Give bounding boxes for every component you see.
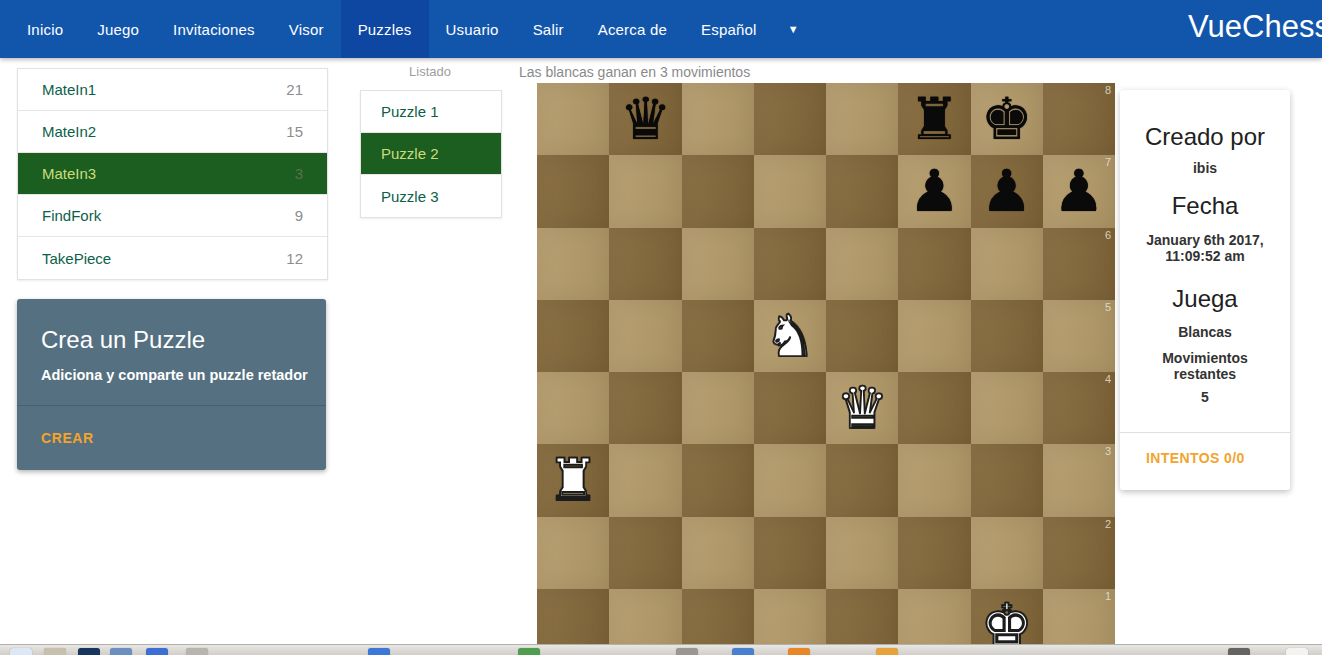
- square-c4[interactable]: [682, 372, 754, 444]
- square-b2[interactable]: [609, 517, 681, 589]
- square-a3[interactable]: ♜: [537, 444, 609, 516]
- language-dropdown-caret-icon[interactable]: ▼: [774, 0, 813, 58]
- create-puzzle-card: Crea un Puzzle Adiciona y comparte un pu…: [17, 299, 326, 470]
- category-count: 3: [295, 165, 303, 182]
- square-h6[interactable]: 6: [1043, 228, 1115, 300]
- category-row-takepiece[interactable]: TakePiece12: [18, 237, 327, 279]
- square-h2[interactable]: 2: [1043, 517, 1115, 589]
- top-nav: InicioJuegoInvitacionesVisorPuzzlesUsuar…: [0, 0, 1322, 58]
- nav-item-visor[interactable]: Visor: [272, 0, 341, 58]
- category-row-matein1[interactable]: MateIn121: [18, 69, 327, 111]
- puzzle-label: Puzzle 3: [381, 188, 439, 205]
- nav-item-usuario[interactable]: Usuario: [429, 0, 516, 58]
- taskbar-icon-app-blue-3[interactable]: [732, 648, 754, 655]
- square-h4[interactable]: 4: [1043, 372, 1115, 444]
- black-king-g8[interactable]: ♚: [971, 83, 1043, 155]
- square-d8[interactable]: [754, 83, 826, 155]
- square-d3[interactable]: [754, 444, 826, 516]
- square-h5[interactable]: 5: [1043, 300, 1115, 372]
- square-g7[interactable]: ♟: [971, 155, 1043, 227]
- square-h7[interactable]: 7♟: [1043, 155, 1115, 227]
- square-e6[interactable]: [826, 228, 898, 300]
- category-row-findfork[interactable]: FindFork9: [18, 195, 327, 237]
- puzzle-list: Puzzle 1Puzzle 2Puzzle 3: [360, 90, 502, 218]
- square-b7[interactable]: [609, 155, 681, 227]
- category-count: 12: [286, 250, 303, 267]
- attempts-button[interactable]: INTENTOS 0/0: [1146, 450, 1245, 466]
- category-label: TakePiece: [42, 250, 111, 267]
- taskbar-icon-app-gray[interactable]: [186, 648, 208, 655]
- square-c6[interactable]: [682, 228, 754, 300]
- app-logo: VueChess: [1188, 9, 1322, 45]
- puzzle-label: Puzzle 1: [381, 103, 439, 120]
- puzzle-row-puzzle-1[interactable]: Puzzle 1: [361, 91, 501, 133]
- rank-label-8: 8: [1105, 84, 1111, 96]
- nav-item-inicio[interactable]: Inicio: [10, 0, 80, 58]
- square-f5[interactable]: [898, 300, 970, 372]
- square-f6[interactable]: [898, 228, 970, 300]
- chess-board: ♛♜♚8♟♟7♟6♞5♛4♜32♚1: [537, 83, 1115, 655]
- category-count: 9: [295, 207, 303, 224]
- black-rook-f8[interactable]: ♜: [898, 83, 970, 155]
- square-a5[interactable]: [537, 300, 609, 372]
- square-b4[interactable]: [609, 372, 681, 444]
- square-g3[interactable]: [971, 444, 1043, 516]
- side-to-play: Blancas: [1120, 324, 1290, 340]
- square-b6[interactable]: [609, 228, 681, 300]
- square-d6[interactable]: [754, 228, 826, 300]
- black-queen-b8[interactable]: ♛: [609, 83, 681, 155]
- square-g2[interactable]: [971, 517, 1043, 589]
- black-pawn-h7[interactable]: ♟: [1043, 155, 1115, 227]
- create-button[interactable]: CREAR: [41, 430, 94, 446]
- black-pawn-f7[interactable]: ♟: [898, 155, 970, 227]
- square-h3[interactable]: 3: [1043, 444, 1115, 516]
- nav-item-puzzles[interactable]: Puzzles: [341, 0, 429, 58]
- square-b8[interactable]: ♛: [609, 83, 681, 155]
- square-c3[interactable]: [682, 444, 754, 516]
- category-label: MateIn1: [42, 81, 96, 98]
- white-rook-a3[interactable]: ♜: [537, 444, 609, 516]
- author-name: ibis: [1120, 160, 1290, 176]
- white-knight-d5[interactable]: ♞: [754, 300, 826, 372]
- square-f2[interactable]: [898, 517, 970, 589]
- square-e3[interactable]: [826, 444, 898, 516]
- category-count: 21: [286, 81, 303, 98]
- info-card-divider: [1120, 432, 1290, 433]
- plays-label: Juega: [1120, 285, 1290, 313]
- puzzle-list-header: Listado: [360, 64, 500, 79]
- created-by-label: Creado por: [1120, 123, 1290, 151]
- square-f7[interactable]: ♟: [898, 155, 970, 227]
- square-b3[interactable]: [609, 444, 681, 516]
- moves-remaining-value: 5: [1120, 389, 1290, 405]
- square-d7[interactable]: [754, 155, 826, 227]
- create-card-divider: [17, 405, 326, 406]
- square-e2[interactable]: [826, 517, 898, 589]
- nav-item-espa-ol[interactable]: Español: [684, 0, 774, 58]
- taskbar-icon-browser[interactable]: [10, 648, 32, 655]
- rank-label-5: 5: [1105, 301, 1111, 313]
- puzzle-label: Puzzle 2: [381, 145, 439, 162]
- nav-item-invitaciones[interactable]: Invitaciones: [156, 0, 272, 58]
- square-d5[interactable]: ♞: [754, 300, 826, 372]
- rank-label-1: 1: [1105, 590, 1111, 602]
- taskbar-icon-tray-window[interactable]: [1286, 648, 1308, 655]
- rank-label-6: 6: [1105, 229, 1111, 241]
- puzzle-row-puzzle-2[interactable]: Puzzle 2: [361, 133, 501, 175]
- taskbar-icon-folder[interactable]: [44, 648, 66, 655]
- white-queen-e4[interactable]: ♛: [826, 372, 898, 444]
- square-f8[interactable]: ♜: [898, 83, 970, 155]
- category-count: 15: [286, 123, 303, 140]
- black-pawn-g7[interactable]: ♟: [971, 155, 1043, 227]
- create-puzzle-subtitle: Adiciona y comparte un puzzle retador: [41, 367, 308, 383]
- nav-item-acerca-de[interactable]: Acerca de: [581, 0, 684, 58]
- square-e4[interactable]: ♛: [826, 372, 898, 444]
- square-a4[interactable]: [537, 372, 609, 444]
- create-puzzle-title: Crea un Puzzle: [41, 326, 205, 354]
- puzzle-info-card: Creado por ibis Fecha January 6th 2017, …: [1120, 90, 1290, 490]
- square-c8[interactable]: [682, 83, 754, 155]
- taskbar-icon-app-orange[interactable]: [788, 648, 810, 655]
- category-label: MateIn2: [42, 123, 96, 140]
- square-a8[interactable]: [537, 83, 609, 155]
- rank-label-4: 4: [1105, 373, 1111, 385]
- square-a7[interactable]: [537, 155, 609, 227]
- square-a6[interactable]: [537, 228, 609, 300]
- square-g6[interactable]: [971, 228, 1043, 300]
- taskbar-icon-terminal[interactable]: [78, 648, 100, 655]
- square-c7[interactable]: [682, 155, 754, 227]
- taskbar-icon-app-green[interactable]: [518, 648, 540, 655]
- category-list: MateIn121MateIn215MateIn33FindFork9TakeP…: [17, 68, 328, 280]
- nav-items: InicioJuegoInvitacionesVisorPuzzlesUsuar…: [0, 0, 813, 58]
- square-e8[interactable]: [826, 83, 898, 155]
- square-a2[interactable]: [537, 517, 609, 589]
- square-e5[interactable]: [826, 300, 898, 372]
- taskbar-icon-tray-arrow[interactable]: [1228, 648, 1250, 655]
- taskbar-icon-app-orange-2[interactable]: [876, 648, 898, 655]
- square-c2[interactable]: [682, 517, 754, 589]
- taskbar-icon-app-gray-2[interactable]: [676, 648, 698, 655]
- puzzle-row-puzzle-3[interactable]: Puzzle 3: [361, 175, 501, 217]
- category-row-matein3[interactable]: MateIn33: [18, 153, 327, 195]
- square-h8[interactable]: 8: [1043, 83, 1115, 155]
- square-b5[interactable]: [609, 300, 681, 372]
- rank-label-2: 2: [1105, 518, 1111, 530]
- rank-label-3: 3: [1105, 445, 1111, 457]
- date-label: Fecha: [1120, 192, 1290, 220]
- square-e7[interactable]: [826, 155, 898, 227]
- nav-item-juego[interactable]: Juego: [80, 0, 156, 58]
- square-d4[interactable]: [754, 372, 826, 444]
- os-taskbar: [0, 644, 1322, 655]
- square-c5[interactable]: [682, 300, 754, 372]
- moves-remaining-label: Movimientos restantes: [1140, 350, 1270, 382]
- square-g5[interactable]: [971, 300, 1043, 372]
- taskbar-icon-app-blue-2[interactable]: [368, 648, 390, 655]
- date-value: January 6th 2017, 11:09:52 am: [1140, 232, 1270, 264]
- category-label: MateIn3: [42, 165, 96, 182]
- board-caption: Las blancas ganan en 3 movimientos: [519, 64, 750, 80]
- square-f3[interactable]: [898, 444, 970, 516]
- category-label: FindFork: [42, 207, 101, 224]
- category-row-matein2[interactable]: MateIn215: [18, 111, 327, 153]
- taskbar-icon-app-blue[interactable]: [146, 648, 168, 655]
- taskbar-icon-monitor[interactable]: [110, 648, 132, 655]
- square-f4[interactable]: [898, 372, 970, 444]
- square-g8[interactable]: ♚: [971, 83, 1043, 155]
- nav-item-salir[interactable]: Salir: [516, 0, 581, 58]
- square-g4[interactable]: [971, 372, 1043, 444]
- square-d2[interactable]: [754, 517, 826, 589]
